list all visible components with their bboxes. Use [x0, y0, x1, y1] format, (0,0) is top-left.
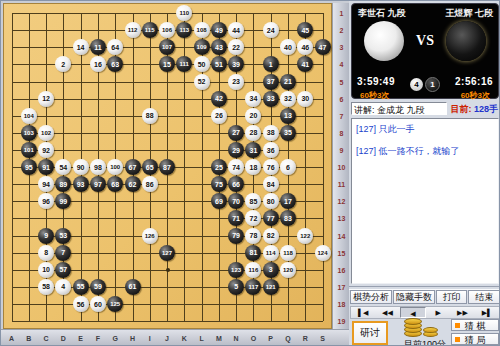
stone-white-34: 34: [245, 91, 261, 107]
row-label: 2: [333, 27, 350, 34]
nav-back-icon[interactable]: ◀: [400, 307, 426, 318]
stone-black-75: 75: [211, 176, 227, 192]
stone-black-29: 29: [228, 142, 244, 158]
column-label: C: [40, 335, 52, 342]
stone-white-52: 52: [194, 74, 210, 90]
stone-black-81: 81: [245, 245, 261, 261]
nav-fastforward-icon[interactable]: ▶▶: [450, 307, 474, 318]
row-label: 4: [333, 61, 350, 68]
row-label: 19: [333, 318, 350, 325]
stone-black-95: 95: [21, 159, 37, 175]
row-label: 18: [333, 301, 350, 308]
stone-black-7: 7: [55, 245, 71, 261]
stone-white-8: 8: [38, 245, 54, 261]
stone-white-23: 23: [228, 74, 244, 90]
stone-black-27: 27: [228, 125, 244, 141]
column-label: B: [23, 335, 35, 342]
chat-log[interactable]: [127] 只此一手[127] 低一路不行，就输了: [351, 118, 499, 284]
stone-black-3: 3: [263, 262, 279, 278]
stone-white-84: 84: [263, 176, 279, 192]
row-label: 7: [333, 113, 350, 120]
stone-black-35: 35: [280, 125, 296, 141]
stone-black-55: 55: [73, 279, 89, 295]
stone-white-114: 114: [263, 245, 279, 261]
guess-game-button[interactable]: 猜 局: [451, 333, 499, 345]
move-progress: 目前: 128手: [450, 103, 498, 116]
grid-line: [323, 13, 324, 321]
stone-black-47: 47: [315, 39, 331, 55]
stone-black-123: 123: [228, 262, 244, 278]
stone-black-9: 9: [38, 228, 54, 244]
row-label: 8: [333, 130, 350, 137]
stone-black-57: 57: [55, 262, 71, 278]
stone-black-59: 59: [90, 279, 106, 295]
grid-line: [12, 321, 323, 322]
stone-white-56: 56: [73, 296, 89, 312]
analysis-button[interactable]: 棋势分析: [350, 290, 392, 304]
stone-white-76: 76: [263, 159, 279, 175]
row-label: 3: [333, 44, 350, 51]
stone-white-6: 6: [280, 159, 296, 175]
stone-black-43: 43: [211, 39, 227, 55]
stone-white-102: 102: [38, 125, 54, 141]
stone-white-80: 80: [263, 193, 279, 209]
black-clock: 2:56:16: [455, 76, 493, 87]
black-byoyomi: 60秒3次: [461, 90, 490, 101]
stone-white-58: 58: [38, 279, 54, 295]
column-label: H: [127, 335, 139, 342]
stone-black-61: 61: [125, 279, 141, 295]
column-label: L: [196, 335, 208, 342]
row-label: 5: [333, 79, 350, 86]
stone-black-11: 11: [90, 39, 106, 55]
stone-black-101: 101: [21, 142, 37, 158]
stone-white-122: 122: [297, 228, 313, 244]
guess-buttons: 猜 棋猜 局: [451, 319, 499, 346]
stone-white-38: 38: [263, 125, 279, 141]
column-label: E: [75, 335, 87, 342]
stone-black-87: 87: [159, 159, 175, 175]
row-label: 11: [333, 181, 350, 188]
white-player-name: 李世石 九段: [358, 7, 406, 20]
black-player-name: 王煜辉 七段: [445, 7, 493, 20]
guess-move-button[interactable]: 猜 棋: [451, 319, 499, 331]
column-label: O: [247, 335, 259, 342]
stone-black-115: 115: [142, 22, 158, 38]
row-label: 13: [333, 215, 350, 222]
stone-black-49: 49: [211, 22, 227, 38]
progress-value: 128手: [474, 104, 498, 114]
commentator-name: 金成龙 九段: [377, 105, 425, 115]
row-label: 17: [333, 284, 350, 291]
commentary-label: 讲解:: [354, 105, 375, 115]
row-label: 15: [333, 250, 350, 257]
nav-rewind-icon[interactable]: ◀◀: [375, 307, 399, 318]
action-buttons-row: 棋势分析隐藏手数打印结束: [350, 290, 500, 304]
black-stone-avatar: [446, 21, 486, 61]
stone-white-124: 124: [315, 245, 331, 261]
nav-forward-icon[interactable]: ▶: [426, 307, 450, 318]
column-label: Q: [282, 335, 294, 342]
row-labels-strip: 12345678910111213141516171819: [332, 3, 350, 329]
grid-line: [12, 304, 323, 305]
column-label: G: [109, 335, 121, 342]
row-label: 14: [333, 233, 350, 240]
column-labels-strip: ABCDEFGHIJKLMNOPQRS: [1, 329, 349, 346]
stone-white-26: 26: [211, 108, 227, 124]
stone-black-42: 42: [211, 91, 227, 107]
column-label: J: [161, 335, 173, 342]
black-capture-count: 1: [425, 77, 440, 92]
stone-white-108: 108: [194, 22, 210, 38]
stone-white-30: 30: [297, 91, 313, 107]
right-panel: 李世石 九段 王煜辉 七段 VS 3:59:49 41 2:56:16 60秒3…: [349, 1, 500, 346]
stone-black-37: 37: [263, 74, 279, 90]
discuss-button[interactable]: 研讨: [352, 321, 388, 345]
stone-black-25: 25: [211, 159, 227, 175]
star-point: [166, 268, 170, 272]
row-label: 1: [333, 10, 350, 17]
stone-black-21: 21: [280, 74, 296, 90]
bottom-bar: 研讨 目前100分 猜 棋猜 局: [349, 319, 500, 346]
stone-white-118: 118: [280, 245, 296, 261]
stone-black-13: 13: [280, 108, 296, 124]
nav-last-icon[interactable]: ▶▌: [475, 307, 499, 318]
row-label: 9: [333, 147, 350, 154]
column-label: R: [299, 335, 311, 342]
orange-bullet-icon: [455, 337, 460, 342]
stone-white-92: 92: [38, 142, 54, 158]
stone-black-97: 97: [90, 176, 106, 192]
column-label: A: [6, 335, 18, 342]
white-byoyomi: 60秒3次: [360, 90, 389, 101]
stone-white-88: 88: [142, 108, 158, 124]
column-label: M: [213, 335, 225, 342]
stone-white-90: 90: [73, 159, 89, 175]
print-button[interactable]: 打印: [436, 290, 468, 304]
stone-white-60: 60: [90, 296, 106, 312]
stone-black-33: 33: [263, 91, 279, 107]
end-button[interactable]: 结束: [468, 290, 500, 304]
stone-black-65: 65: [142, 159, 158, 175]
stone-black-109: 109: [194, 39, 210, 55]
stone-white-126: 126: [142, 228, 158, 244]
stone-white-106: 106: [159, 22, 175, 38]
column-label: F: [92, 335, 104, 342]
stone-white-86: 86: [142, 176, 158, 192]
progress-label: 目前:: [450, 104, 471, 114]
stone-white-82: 82: [263, 228, 279, 244]
stone-white-120: 120: [280, 262, 296, 278]
column-label: I: [144, 335, 156, 342]
stone-black-77: 77: [263, 210, 279, 226]
stone-black-1: 1: [263, 56, 279, 72]
stone-black-53: 53: [55, 228, 71, 244]
row-label: 10: [333, 164, 350, 171]
stone-black-79: 79: [228, 228, 244, 244]
coins-icon: [404, 318, 448, 338]
app-window: 12345678910111213141516171819 ABCDEFGHIJ…: [0, 0, 500, 346]
stone-black-103: 103: [21, 125, 37, 141]
row-label: 6: [333, 96, 350, 103]
stone-white-50: 50: [194, 56, 210, 72]
stone-white-12: 12: [38, 91, 54, 107]
stone-black-62: 62: [125, 176, 141, 192]
stone-black-67: 67: [125, 159, 141, 175]
stone-white-20: 20: [245, 108, 261, 124]
column-label: S: [317, 335, 329, 342]
stone-white-98: 98: [90, 159, 106, 175]
hide-numbers-button[interactable]: 隐藏手数: [393, 290, 435, 304]
row-label: 16: [333, 267, 350, 274]
stone-black-127: 127: [159, 245, 175, 261]
orange-bullet-icon: [455, 323, 460, 328]
column-label: P: [265, 335, 277, 342]
stone-white-78: 78: [245, 228, 261, 244]
stone-black-121: 121: [263, 279, 279, 295]
player-info-panel: 李世石 九段 王煜辉 七段 VS 3:59:49 41 2:56:16 60秒3…: [351, 3, 499, 99]
chat-message: [127] 低一路不行，就输了: [356, 146, 494, 157]
column-label: K: [178, 335, 190, 342]
nav-first-icon[interactable]: ▌◀: [351, 307, 375, 318]
column-label: D: [57, 335, 69, 342]
go-board-area: 12345678910111213141516171819 ABCDEFGHIJ…: [1, 1, 349, 346]
stone-white-32: 32: [280, 91, 296, 107]
stone-white-24: 24: [263, 22, 279, 38]
column-label: N: [230, 335, 242, 342]
white-capture-count: 4: [410, 78, 423, 91]
row-label: 12: [333, 198, 350, 205]
stone-white-10: 10: [38, 262, 54, 278]
chat-message: [127] 只此一手: [356, 124, 494, 135]
commentary-header: 讲解: 金成龙 九段 目前: 128手: [351, 102, 499, 116]
stone-black-93: 93: [73, 176, 89, 192]
stone-white-112: 112: [125, 22, 141, 38]
stone-white-14: 14: [73, 39, 89, 55]
stone-black-5: 5: [228, 279, 244, 295]
stone-white-36: 36: [263, 142, 279, 158]
commentator-box: 讲解: 金成龙 九段: [351, 102, 447, 115]
stone-white-104: 104: [21, 108, 37, 124]
